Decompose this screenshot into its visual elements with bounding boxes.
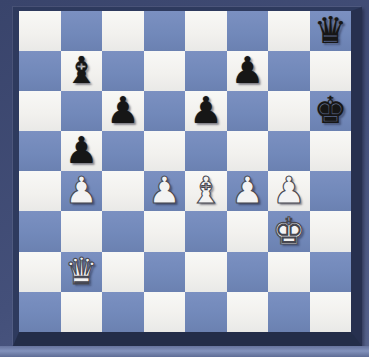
square-f8[interactable] — [227, 11, 269, 51]
square-d5[interactable] — [144, 131, 186, 171]
square-g7[interactable] — [268, 51, 310, 91]
square-c4[interactable] — [102, 171, 144, 211]
square-e1[interactable] — [185, 292, 227, 332]
chess-board: ♛♝♟♟♟♚♟♟♟♝♟♟♚♛ — [19, 11, 351, 332]
square-h2[interactable] — [310, 252, 352, 292]
square-a7[interactable] — [19, 51, 61, 91]
square-h6[interactable]: ♚ — [310, 91, 352, 131]
square-a3[interactable] — [19, 211, 61, 251]
square-c7[interactable] — [102, 51, 144, 91]
square-g3[interactable]: ♚ — [268, 211, 310, 251]
chess-app-window: ♛♝♟♟♟♚♟♟♟♝♟♟♚♛ — [0, 0, 369, 357]
square-f1[interactable] — [227, 292, 269, 332]
square-g5[interactable] — [268, 131, 310, 171]
square-b2[interactable]: ♛ — [61, 252, 103, 292]
square-d1[interactable] — [144, 292, 186, 332]
square-f7[interactable]: ♟ — [227, 51, 269, 91]
black-pawn[interactable]: ♟ — [65, 131, 98, 171]
square-f4[interactable]: ♟ — [227, 171, 269, 211]
square-b1[interactable] — [61, 292, 103, 332]
square-d8[interactable] — [144, 11, 186, 51]
square-b6[interactable] — [61, 91, 103, 131]
square-b8[interactable] — [61, 11, 103, 51]
square-h1[interactable] — [310, 292, 352, 332]
white-pawn[interactable]: ♟ — [65, 171, 98, 211]
square-d6[interactable] — [144, 91, 186, 131]
white-pawn[interactable]: ♟ — [148, 171, 181, 211]
square-g6[interactable] — [268, 91, 310, 131]
black-king[interactable]: ♚ — [314, 91, 347, 131]
square-b5[interactable]: ♟ — [61, 131, 103, 171]
square-e6[interactable]: ♟ — [185, 91, 227, 131]
square-c1[interactable] — [102, 292, 144, 332]
square-e3[interactable] — [185, 211, 227, 251]
square-h8[interactable]: ♛ — [310, 11, 352, 51]
square-g8[interactable] — [268, 11, 310, 51]
square-h7[interactable] — [310, 51, 352, 91]
square-f5[interactable] — [227, 131, 269, 171]
square-d7[interactable] — [144, 51, 186, 91]
square-c8[interactable] — [102, 11, 144, 51]
square-f3[interactable] — [227, 211, 269, 251]
square-g2[interactable] — [268, 252, 310, 292]
black-pawn[interactable]: ♟ — [189, 91, 222, 131]
white-pawn[interactable]: ♟ — [231, 171, 264, 211]
square-a2[interactable] — [19, 252, 61, 292]
square-c6[interactable]: ♟ — [102, 91, 144, 131]
black-pawn[interactable]: ♟ — [231, 51, 264, 91]
square-g1[interactable] — [268, 292, 310, 332]
black-queen[interactable]: ♛ — [314, 11, 347, 51]
square-h4[interactable] — [310, 171, 352, 211]
square-b4[interactable]: ♟ — [61, 171, 103, 211]
black-bishop[interactable]: ♝ — [65, 51, 98, 91]
square-e8[interactable] — [185, 11, 227, 51]
black-pawn[interactable]: ♟ — [106, 91, 139, 131]
square-a5[interactable] — [19, 131, 61, 171]
square-a6[interactable] — [19, 91, 61, 131]
square-h5[interactable] — [310, 131, 352, 171]
square-e2[interactable] — [185, 252, 227, 292]
square-e5[interactable] — [185, 131, 227, 171]
square-b3[interactable] — [61, 211, 103, 251]
white-bishop[interactable]: ♝ — [189, 171, 222, 211]
white-king[interactable]: ♚ — [272, 212, 305, 252]
square-c5[interactable] — [102, 131, 144, 171]
square-f2[interactable] — [227, 252, 269, 292]
square-c3[interactable] — [102, 211, 144, 251]
white-pawn[interactable]: ♟ — [272, 171, 305, 211]
square-d3[interactable] — [144, 211, 186, 251]
square-a4[interactable] — [19, 171, 61, 211]
square-f6[interactable] — [227, 91, 269, 131]
square-c2[interactable] — [102, 252, 144, 292]
window-bottom-edge — [0, 346, 369, 357]
square-e7[interactable] — [185, 51, 227, 91]
board-frame: ♛♝♟♟♟♚♟♟♟♝♟♟♚♛ — [13, 7, 362, 346]
square-d2[interactable] — [144, 252, 186, 292]
white-queen[interactable]: ♛ — [65, 252, 98, 292]
square-a1[interactable] — [19, 292, 61, 332]
square-d4[interactable]: ♟ — [144, 171, 186, 211]
square-a8[interactable] — [19, 11, 61, 51]
square-g4[interactable]: ♟ — [268, 171, 310, 211]
square-h3[interactable] — [310, 211, 352, 251]
square-e4[interactable]: ♝ — [185, 171, 227, 211]
square-b7[interactable]: ♝ — [61, 51, 103, 91]
